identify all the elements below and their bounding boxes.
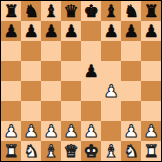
black-pawn[interactable]: ♟ (23, 21, 38, 41)
square-f8[interactable]: ♝ (101, 1, 121, 21)
square-d3[interactable] (61, 101, 81, 121)
white-king[interactable]: ♚ (83, 141, 98, 161)
square-c5[interactable] (41, 61, 61, 81)
square-g1[interactable]: ♞ (121, 141, 141, 161)
square-c4[interactable] (41, 81, 61, 101)
square-c2[interactable]: ♟ (41, 121, 61, 141)
square-e6[interactable] (81, 41, 101, 61)
black-knight[interactable]: ♞ (123, 1, 138, 21)
square-f1[interactable]: ♝ (101, 141, 121, 161)
square-g4[interactable] (121, 81, 141, 101)
square-g2[interactable]: ♟ (121, 121, 141, 141)
square-h6[interactable] (141, 41, 161, 61)
square-a4[interactable] (1, 81, 21, 101)
black-knight[interactable]: ♞ (23, 1, 38, 21)
square-f2[interactable] (101, 121, 121, 141)
black-pawn[interactable]: ♟ (63, 21, 78, 41)
square-g5[interactable] (121, 61, 141, 81)
square-a8[interactable]: ♜ (1, 1, 21, 21)
square-b7[interactable]: ♟ (21, 21, 41, 41)
square-d5[interactable] (61, 61, 81, 81)
square-d1[interactable]: ♛ (61, 141, 81, 161)
square-c7[interactable]: ♟ (41, 21, 61, 41)
square-b8[interactable]: ♞ (21, 1, 41, 21)
black-queen[interactable]: ♛ (63, 1, 78, 21)
white-pawn[interactable]: ♟ (63, 121, 78, 141)
square-a3[interactable] (1, 101, 21, 121)
square-h5[interactable] (141, 61, 161, 81)
white-pawn[interactable]: ♟ (103, 81, 118, 101)
black-pawn[interactable]: ♟ (43, 21, 58, 41)
square-e3[interactable] (81, 101, 101, 121)
square-d8[interactable]: ♛ (61, 1, 81, 21)
black-pawn[interactable]: ♟ (3, 21, 18, 41)
square-h7[interactable]: ♟ (141, 21, 161, 41)
square-e1[interactable]: ♚ (81, 141, 101, 161)
square-a6[interactable] (1, 41, 21, 61)
white-bishop[interactable]: ♝ (43, 141, 58, 161)
square-a7[interactable]: ♟ (1, 21, 21, 41)
black-pawn[interactable]: ♟ (103, 21, 118, 41)
square-e7[interactable] (81, 21, 101, 41)
square-f3[interactable] (101, 101, 121, 121)
square-f5[interactable] (101, 61, 121, 81)
square-h4[interactable] (141, 81, 161, 101)
square-a1[interactable]: ♜ (1, 141, 21, 161)
chess-board: ♜♞♝♛♚♝♞♜♟♟♟♟♟♟♟♟♟♟♟♟♟♟♟♟♜♞♝♛♚♝♞♜ (1, 1, 161, 161)
black-rook[interactable]: ♜ (143, 1, 158, 21)
square-c6[interactable] (41, 41, 61, 61)
white-rook[interactable]: ♜ (3, 141, 18, 161)
black-pawn[interactable]: ♟ (123, 21, 138, 41)
square-c8[interactable]: ♝ (41, 1, 61, 21)
black-bishop[interactable]: ♝ (43, 1, 58, 21)
white-pawn[interactable]: ♟ (43, 121, 58, 141)
white-pawn[interactable]: ♟ (123, 121, 138, 141)
square-f7[interactable]: ♟ (101, 21, 121, 41)
square-d6[interactable] (61, 41, 81, 61)
square-d2[interactable]: ♟ (61, 121, 81, 141)
square-e4[interactable] (81, 81, 101, 101)
black-rook[interactable]: ♜ (3, 1, 18, 21)
square-a5[interactable] (1, 61, 21, 81)
square-f6[interactable] (101, 41, 121, 61)
white-bishop[interactable]: ♝ (103, 141, 118, 161)
black-bishop[interactable]: ♝ (103, 1, 118, 21)
square-d7[interactable]: ♟ (61, 21, 81, 41)
square-a2[interactable]: ♟ (1, 121, 21, 141)
square-c3[interactable] (41, 101, 61, 121)
white-knight[interactable]: ♞ (123, 141, 138, 161)
square-h1[interactable]: ♜ (141, 141, 161, 161)
square-b2[interactable]: ♟ (21, 121, 41, 141)
square-h3[interactable] (141, 101, 161, 121)
black-pawn[interactable]: ♟ (83, 61, 98, 81)
square-e8[interactable]: ♚ (81, 1, 101, 21)
square-e5[interactable]: ♟ (81, 61, 101, 81)
square-g3[interactable] (121, 101, 141, 121)
square-g8[interactable]: ♞ (121, 1, 141, 21)
square-f4[interactable]: ♟ (101, 81, 121, 101)
white-pawn[interactable]: ♟ (3, 121, 18, 141)
square-b3[interactable] (21, 101, 41, 121)
white-pawn[interactable]: ♟ (23, 121, 38, 141)
white-queen[interactable]: ♛ (63, 141, 78, 161)
square-b1[interactable]: ♞ (21, 141, 41, 161)
white-rook[interactable]: ♜ (143, 141, 158, 161)
square-c1[interactable]: ♝ (41, 141, 61, 161)
board-frame: ♜♞♝♛♚♝♞♜♟♟♟♟♟♟♟♟♟♟♟♟♟♟♟♟♜♞♝♛♚♝♞♜ (0, 0, 162, 162)
white-pawn[interactable]: ♟ (143, 121, 158, 141)
white-pawn[interactable]: ♟ (83, 121, 98, 141)
square-e2[interactable]: ♟ (81, 121, 101, 141)
square-h2[interactable]: ♟ (141, 121, 161, 141)
square-g6[interactable] (121, 41, 141, 61)
black-pawn[interactable]: ♟ (143, 21, 158, 41)
black-king[interactable]: ♚ (83, 1, 98, 21)
square-b4[interactable] (21, 81, 41, 101)
white-knight[interactable]: ♞ (23, 141, 38, 161)
square-g7[interactable]: ♟ (121, 21, 141, 41)
square-b5[interactable] (21, 61, 41, 81)
square-b6[interactable] (21, 41, 41, 61)
square-d4[interactable] (61, 81, 81, 101)
square-h8[interactable]: ♜ (141, 1, 161, 21)
